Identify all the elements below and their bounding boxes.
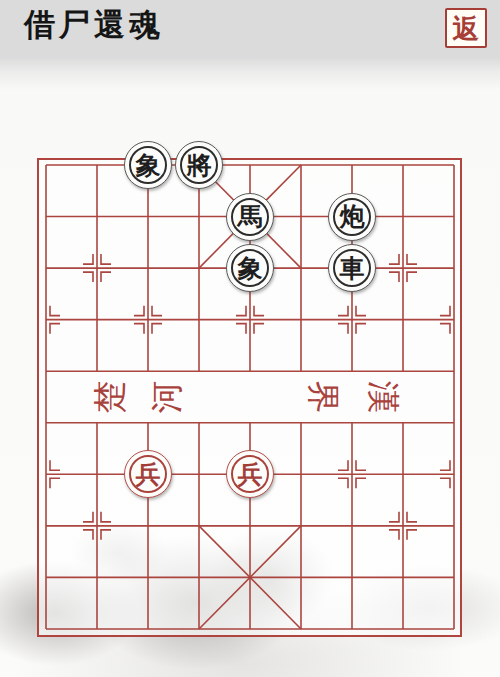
- piece-label: 象: [238, 256, 263, 281]
- page-title: 借尸還魂: [24, 4, 164, 46]
- xiangqi-board[interactable]: 楚河界漢 象將馬炮象車兵兵: [37, 158, 462, 637]
- piece-face: 兵: [231, 455, 269, 493]
- piece-face: 將: [180, 146, 218, 184]
- piece-black-general[interactable]: 將: [175, 141, 223, 189]
- pieces-layer: 象將馬炮象車兵兵: [39, 160, 459, 634]
- piece-face: 兵: [129, 455, 167, 493]
- piece-label: 兵: [238, 462, 263, 487]
- piece-label: 象: [136, 153, 161, 178]
- piece-face: 炮: [333, 198, 371, 236]
- piece-label: 炮: [340, 204, 365, 229]
- piece-label: 馬: [238, 204, 263, 229]
- piece-black-cannon[interactable]: 炮: [328, 193, 376, 241]
- back-button[interactable]: 返: [445, 8, 487, 48]
- piece-black-elephant[interactable]: 象: [124, 141, 172, 189]
- header: 借尸還魂 返: [0, 0, 500, 58]
- piece-label: 車: [340, 256, 365, 281]
- piece-label: 將: [187, 153, 212, 178]
- piece-face: 馬: [231, 198, 269, 236]
- piece-black-elephant[interactable]: 象: [226, 244, 274, 292]
- piece-red-soldier[interactable]: 兵: [124, 450, 172, 498]
- piece-label: 兵: [136, 462, 161, 487]
- piece-red-soldier[interactable]: 兵: [226, 450, 274, 498]
- piece-face: 車: [333, 249, 371, 287]
- piece-black-chariot[interactable]: 車: [328, 244, 376, 292]
- back-button-label: 返: [453, 15, 480, 42]
- app: 借尸還魂 返 楚河界漢 象將馬炮象車兵兵: [0, 0, 500, 677]
- piece-face: 象: [129, 146, 167, 184]
- piece-black-horse[interactable]: 馬: [226, 193, 274, 241]
- piece-face: 象: [231, 249, 269, 287]
